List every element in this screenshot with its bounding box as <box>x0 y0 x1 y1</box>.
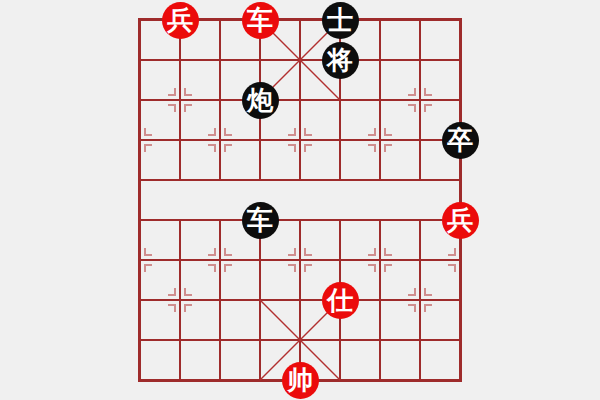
piece-black-advisor[interactable]: 士 <box>322 2 359 39</box>
xiangqi-board-screen: 兵车士将炮卒车兵仕帅 <box>0 0 600 400</box>
point-marker <box>384 144 392 152</box>
point-marker <box>424 104 432 112</box>
point-marker <box>208 144 216 152</box>
point-marker <box>168 288 176 296</box>
point-marker <box>208 128 216 136</box>
point-marker <box>184 88 192 96</box>
point-marker <box>384 248 392 256</box>
point-marker <box>448 248 456 256</box>
point-marker <box>368 128 376 136</box>
point-marker <box>368 264 376 272</box>
piece-red-soldier[interactable]: 兵 <box>442 202 479 239</box>
point-marker <box>288 128 296 136</box>
point-marker <box>368 248 376 256</box>
point-marker <box>304 144 312 152</box>
point-marker <box>144 248 152 256</box>
point-marker <box>368 144 376 152</box>
point-marker <box>408 104 416 112</box>
piece-red-chariot[interactable]: 车 <box>242 2 279 39</box>
point-marker <box>408 288 416 296</box>
point-marker <box>384 264 392 272</box>
point-marker <box>304 248 312 256</box>
point-marker <box>384 128 392 136</box>
point-marker <box>288 264 296 272</box>
point-marker <box>168 304 176 312</box>
point-marker <box>224 128 232 136</box>
palace-diagonals <box>0 0 600 400</box>
point-marker <box>168 88 176 96</box>
point-marker <box>408 88 416 96</box>
point-marker <box>168 104 176 112</box>
point-marker <box>184 104 192 112</box>
piece-red-advisor[interactable]: 仕 <box>322 282 359 319</box>
point-marker <box>448 264 456 272</box>
point-marker <box>144 128 152 136</box>
point-marker <box>424 88 432 96</box>
point-marker <box>184 288 192 296</box>
point-marker <box>288 248 296 256</box>
piece-red-general[interactable]: 帅 <box>282 362 319 399</box>
point-marker <box>208 248 216 256</box>
point-marker <box>184 304 192 312</box>
point-marker <box>304 264 312 272</box>
point-marker <box>224 144 232 152</box>
piece-black-cannon[interactable]: 炮 <box>242 82 279 119</box>
point-marker <box>424 288 432 296</box>
piece-black-soldier[interactable]: 卒 <box>442 122 479 159</box>
point-marker <box>408 304 416 312</box>
point-marker <box>144 264 152 272</box>
point-marker <box>424 304 432 312</box>
point-marker <box>224 248 232 256</box>
point-marker <box>144 144 152 152</box>
point-marker <box>208 264 216 272</box>
piece-red-soldier[interactable]: 兵 <box>162 2 199 39</box>
piece-black-general[interactable]: 将 <box>322 42 359 79</box>
piece-black-chariot[interactable]: 车 <box>242 202 279 239</box>
point-marker <box>224 264 232 272</box>
point-marker <box>304 128 312 136</box>
point-marker <box>288 144 296 152</box>
